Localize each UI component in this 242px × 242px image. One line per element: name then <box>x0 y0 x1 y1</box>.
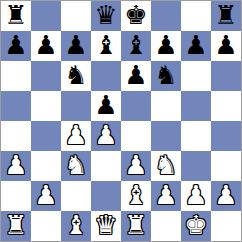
square-h7[interactable]: ♟ <box>211 31 241 61</box>
white-pawn[interactable]: ♟ <box>154 182 177 208</box>
square-g3[interactable] <box>181 151 211 181</box>
black-pawn[interactable]: ♟ <box>214 32 237 58</box>
square-d8[interactable]: ♛ <box>91 1 121 31</box>
square-g2[interactable]: ♟ <box>181 181 211 211</box>
square-c1[interactable]: ♝ <box>61 211 91 241</box>
square-e5[interactable] <box>121 91 151 121</box>
square-h3[interactable] <box>211 151 241 181</box>
square-c6[interactable]: ♞ <box>61 61 91 91</box>
black-knight[interactable]: ♞ <box>154 62 177 88</box>
square-c5[interactable] <box>61 91 91 121</box>
square-e4[interactable] <box>121 121 151 151</box>
white-pawn[interactable]: ♟ <box>124 152 147 178</box>
black-pawn[interactable]: ♟ <box>64 32 87 58</box>
square-g4[interactable] <box>181 121 211 151</box>
white-king[interactable]: ♚ <box>184 212 207 238</box>
chess-board: ♜♛♚♜♟♟♟♝♝♟♟♟♞♟♞♟♟♟♟♞♟♞♟♝♟♟♟♜♝♛♜♚ <box>0 0 242 242</box>
square-f8[interactable] <box>151 1 181 31</box>
square-g1[interactable]: ♚ <box>181 211 211 241</box>
square-h6[interactable] <box>211 61 241 91</box>
white-bishop[interactable]: ♝ <box>64 212 87 238</box>
black-rook[interactable]: ♜ <box>214 2 237 28</box>
black-pawn[interactable]: ♟ <box>184 32 207 58</box>
square-b3[interactable] <box>31 151 61 181</box>
black-pawn[interactable]: ♟ <box>4 32 27 58</box>
square-e6[interactable]: ♟ <box>121 61 151 91</box>
white-pawn[interactable]: ♟ <box>64 122 87 148</box>
square-a7[interactable]: ♟ <box>1 31 31 61</box>
square-h2[interactable]: ♟ <box>211 181 241 211</box>
square-h1[interactable] <box>211 211 241 241</box>
square-b5[interactable] <box>31 91 61 121</box>
black-pawn[interactable]: ♟ <box>34 32 57 58</box>
white-pawn[interactable]: ♟ <box>214 182 237 208</box>
square-d5[interactable]: ♟ <box>91 91 121 121</box>
square-a5[interactable] <box>1 91 31 121</box>
square-g8[interactable] <box>181 1 211 31</box>
white-pawn[interactable]: ♟ <box>34 182 57 208</box>
square-f7[interactable]: ♟ <box>151 31 181 61</box>
square-c7[interactable]: ♟ <box>61 31 91 61</box>
black-knight[interactable]: ♞ <box>64 62 87 88</box>
white-bishop[interactable]: ♝ <box>124 182 147 208</box>
black-rook[interactable]: ♜ <box>4 2 27 28</box>
black-pawn[interactable]: ♟ <box>124 62 147 88</box>
square-f3[interactable]: ♞ <box>151 151 181 181</box>
square-a4[interactable] <box>1 121 31 151</box>
black-bishop[interactable]: ♝ <box>124 32 147 58</box>
white-rook[interactable]: ♜ <box>4 212 27 238</box>
white-queen[interactable]: ♛ <box>94 212 117 238</box>
square-f4[interactable] <box>151 121 181 151</box>
square-c8[interactable] <box>61 1 91 31</box>
square-d3[interactable] <box>91 151 121 181</box>
square-d7[interactable]: ♝ <box>91 31 121 61</box>
square-e2[interactable]: ♝ <box>121 181 151 211</box>
square-d4[interactable]: ♟ <box>91 121 121 151</box>
square-b2[interactable]: ♟ <box>31 181 61 211</box>
black-bishop[interactable]: ♝ <box>94 32 117 58</box>
white-knight[interactable]: ♞ <box>154 152 177 178</box>
square-c4[interactable]: ♟ <box>61 121 91 151</box>
black-pawn[interactable]: ♟ <box>154 32 177 58</box>
white-pawn[interactable]: ♟ <box>94 122 117 148</box>
square-f6[interactable]: ♞ <box>151 61 181 91</box>
square-h4[interactable] <box>211 121 241 151</box>
square-d1[interactable]: ♛ <box>91 211 121 241</box>
square-e3[interactable]: ♟ <box>121 151 151 181</box>
square-b4[interactable] <box>31 121 61 151</box>
square-d2[interactable] <box>91 181 121 211</box>
square-h8[interactable]: ♜ <box>211 1 241 31</box>
square-e8[interactable]: ♚ <box>121 1 151 31</box>
square-c3[interactable]: ♞ <box>61 151 91 181</box>
square-g7[interactable]: ♟ <box>181 31 211 61</box>
square-a8[interactable]: ♜ <box>1 1 31 31</box>
black-pawn[interactable]: ♟ <box>94 92 117 118</box>
square-f5[interactable] <box>151 91 181 121</box>
black-queen[interactable]: ♛ <box>94 2 117 28</box>
white-pawn[interactable]: ♟ <box>184 182 207 208</box>
square-b1[interactable] <box>31 211 61 241</box>
white-knight[interactable]: ♞ <box>64 152 87 178</box>
square-b8[interactable] <box>31 1 61 31</box>
square-d6[interactable] <box>91 61 121 91</box>
square-h5[interactable] <box>211 91 241 121</box>
square-e7[interactable]: ♝ <box>121 31 151 61</box>
square-c2[interactable] <box>61 181 91 211</box>
square-e1[interactable]: ♜ <box>121 211 151 241</box>
square-b7[interactable]: ♟ <box>31 31 61 61</box>
white-rook[interactable]: ♜ <box>124 212 147 238</box>
black-king[interactable]: ♚ <box>124 2 147 28</box>
square-f2[interactable]: ♟ <box>151 181 181 211</box>
square-a6[interactable] <box>1 61 31 91</box>
square-a2[interactable] <box>1 181 31 211</box>
square-g5[interactable] <box>181 91 211 121</box>
white-pawn[interactable]: ♟ <box>4 152 27 178</box>
square-a1[interactable]: ♜ <box>1 211 31 241</box>
square-b6[interactable] <box>31 61 61 91</box>
square-g6[interactable] <box>181 61 211 91</box>
square-a3[interactable]: ♟ <box>1 151 31 181</box>
square-f1[interactable] <box>151 211 181 241</box>
